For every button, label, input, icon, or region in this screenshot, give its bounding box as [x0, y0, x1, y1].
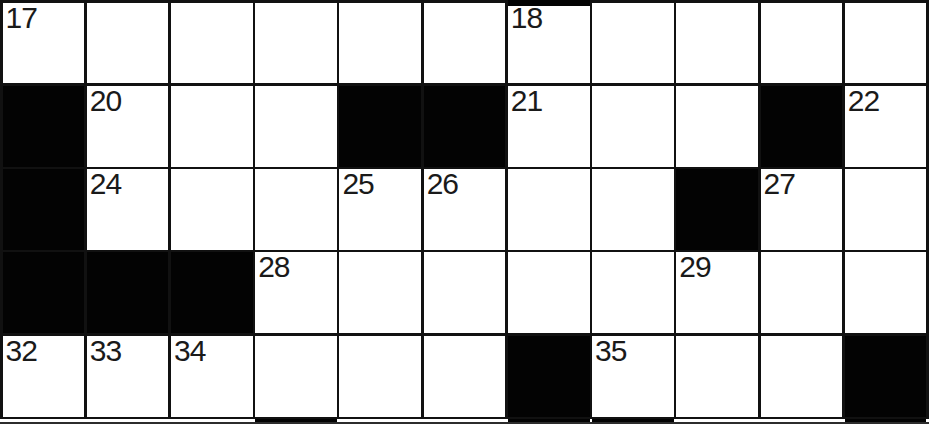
clue-number: 27	[764, 166, 795, 202]
cropped-block-cell	[508, 0, 590, 6]
block-cell	[3, 169, 85, 250]
cell[interactable]: 17	[3, 3, 85, 84]
block-cell	[171, 252, 253, 333]
cell[interactable]	[87, 3, 169, 84]
block-cell	[339, 86, 421, 167]
block-cell	[87, 252, 169, 333]
clue-number: 26	[427, 166, 458, 202]
cell[interactable]	[424, 336, 506, 417]
clue-number: 21	[511, 83, 542, 119]
cropped-cell	[845, 0, 927, 6]
cropped-cell	[592, 0, 674, 6]
cell[interactable]	[171, 3, 253, 84]
clue-number: 32	[6, 333, 37, 369]
cell[interactable]: 29	[676, 252, 758, 333]
cell[interactable]: 18	[508, 3, 590, 84]
cell[interactable]	[592, 252, 674, 333]
cell[interactable]	[255, 336, 337, 417]
cell[interactable]	[508, 169, 590, 250]
cell[interactable]: 26	[424, 169, 506, 250]
cell[interactable]	[592, 86, 674, 167]
cell[interactable]	[592, 169, 674, 250]
cropped-cell	[3, 0, 85, 6]
cropped-cell	[87, 0, 169, 6]
cell[interactable]	[761, 3, 843, 84]
cell[interactable]	[508, 252, 590, 333]
cell[interactable]	[676, 3, 758, 84]
crossword-board: 171820212224252627282932333435	[0, 0, 929, 424]
clue-number: 29	[679, 249, 710, 285]
cell[interactable]	[339, 3, 421, 84]
clue-number: 22	[848, 83, 879, 119]
cropped-cell	[424, 0, 506, 6]
cropped-cell	[676, 0, 758, 6]
top-edge-sliver	[0, 0, 929, 6]
cell[interactable]: 34	[171, 336, 253, 417]
cell[interactable]: 25	[339, 169, 421, 250]
cell[interactable]	[845, 3, 927, 84]
cell[interactable]: 22	[845, 86, 927, 167]
cell[interactable]	[255, 169, 337, 250]
cell[interactable]: 35	[592, 336, 674, 417]
clue-number: 25	[342, 166, 373, 202]
crossword-grid: 171820212224252627282932333435	[0, 0, 929, 419]
cell[interactable]	[761, 252, 843, 333]
clue-number: 28	[258, 249, 289, 285]
cell[interactable]	[845, 169, 927, 250]
cell[interactable]	[255, 86, 337, 167]
cell[interactable]: 32	[3, 336, 85, 417]
cell[interactable]: 21	[508, 86, 590, 167]
block-cell	[3, 252, 85, 333]
block-cell	[424, 86, 506, 167]
block-cell	[508, 336, 590, 417]
block-cell	[3, 86, 85, 167]
cell[interactable]	[339, 252, 421, 333]
block-cell	[676, 169, 758, 250]
cropped-cell	[255, 0, 337, 6]
cell[interactable]	[424, 252, 506, 333]
cell[interactable]	[676, 336, 758, 417]
block-cell	[845, 336, 927, 417]
cell[interactable]	[424, 3, 506, 84]
clue-number: 20	[90, 83, 121, 119]
cell[interactable]	[845, 252, 927, 333]
clue-number: 33	[90, 333, 121, 369]
cell[interactable]	[255, 3, 337, 84]
clue-number: 34	[174, 333, 205, 369]
cell[interactable]: 33	[87, 336, 169, 417]
cell[interactable]	[761, 336, 843, 417]
cell[interactable]	[171, 169, 253, 250]
cropped-cell	[171, 0, 253, 6]
cropped-cell	[761, 0, 843, 6]
cell[interactable]	[676, 86, 758, 167]
clue-number: 24	[90, 166, 121, 202]
block-cell	[761, 86, 843, 167]
cell[interactable]	[171, 86, 253, 167]
cell[interactable]: 20	[87, 86, 169, 167]
clue-number: 35	[595, 333, 626, 369]
cell[interactable]: 27	[761, 169, 843, 250]
cell[interactable]: 28	[255, 252, 337, 333]
cropped-cell	[339, 0, 421, 6]
cell[interactable]: 24	[87, 169, 169, 250]
cell[interactable]	[592, 3, 674, 84]
cell[interactable]	[339, 336, 421, 417]
